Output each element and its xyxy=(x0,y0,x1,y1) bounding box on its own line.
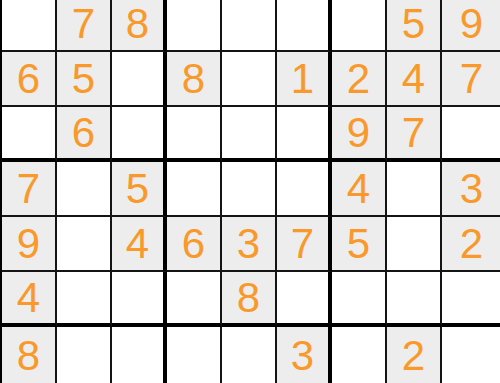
cell-r1c9[interactable]: 9 xyxy=(442,0,500,52)
cell-r7c4[interactable] xyxy=(167,327,222,383)
cell-r5c7[interactable]: 5 xyxy=(332,217,387,272)
cell-r3c2[interactable]: 6 xyxy=(57,107,112,162)
cell-r5c4[interactable]: 6 xyxy=(167,217,222,272)
cell-r1c4[interactable] xyxy=(167,0,222,52)
cell-r5c5[interactable]: 3 xyxy=(222,217,277,272)
cell-r5c3[interactable]: 4 xyxy=(112,217,167,272)
cell-r7c6[interactable]: 3 xyxy=(277,327,332,383)
cell-r4c1[interactable]: 7 xyxy=(2,162,57,217)
cell-r1c8[interactable]: 5 xyxy=(387,0,442,52)
cell-r7c7[interactable] xyxy=(332,327,387,383)
cell-r1c2[interactable]: 7 xyxy=(57,0,112,52)
cell-r6c7[interactable] xyxy=(332,272,387,327)
cell-r4c5[interactable] xyxy=(222,162,277,217)
cell-r1c5[interactable] xyxy=(222,0,277,52)
cell-r6c8[interactable] xyxy=(387,272,442,327)
cell-r2c7[interactable]: 2 xyxy=(332,52,387,107)
cell-r7c2[interactable] xyxy=(57,327,112,383)
cell-r6c9[interactable] xyxy=(442,272,500,327)
cell-r5c2[interactable] xyxy=(57,217,112,272)
cell-r2c9[interactable]: 7 xyxy=(442,52,500,107)
cell-r2c3[interactable] xyxy=(112,52,167,107)
cell-r6c6[interactable] xyxy=(277,272,332,327)
cell-r1c7[interactable] xyxy=(332,0,387,52)
cell-r6c4[interactable] xyxy=(167,272,222,327)
cell-r4c6[interactable] xyxy=(277,162,332,217)
cell-r2c1[interactable]: 6 xyxy=(2,52,57,107)
cell-r1c3[interactable]: 8 xyxy=(112,0,167,52)
cell-r5c9[interactable]: 2 xyxy=(442,217,500,272)
cell-r6c5[interactable]: 8 xyxy=(222,272,277,327)
cell-r3c3[interactable] xyxy=(112,107,167,162)
cell-r1c6[interactable] xyxy=(277,0,332,52)
cell-r2c8[interactable]: 4 xyxy=(387,52,442,107)
cell-r6c1[interactable]: 4 xyxy=(2,272,57,327)
cell-r6c2[interactable] xyxy=(57,272,112,327)
cell-r2c4[interactable]: 8 xyxy=(167,52,222,107)
cell-r3c6[interactable] xyxy=(277,107,332,162)
cell-r7c5[interactable] xyxy=(222,327,277,383)
cell-r2c6[interactable]: 1 xyxy=(277,52,332,107)
cell-r3c1[interactable] xyxy=(2,107,57,162)
cell-r4c7[interactable]: 4 xyxy=(332,162,387,217)
cell-r5c8[interactable] xyxy=(387,217,442,272)
cell-r2c5[interactable] xyxy=(222,52,277,107)
cell-r3c7[interactable]: 9 xyxy=(332,107,387,162)
cell-r4c3[interactable]: 5 xyxy=(112,162,167,217)
cell-r7c3[interactable] xyxy=(112,327,167,383)
cell-r3c9[interactable] xyxy=(442,107,500,162)
cell-r5c1[interactable]: 9 xyxy=(2,217,57,272)
cell-r4c2[interactable] xyxy=(57,162,112,217)
cell-r4c9[interactable]: 3 xyxy=(442,162,500,217)
cell-r6c3[interactable] xyxy=(112,272,167,327)
cell-r3c5[interactable] xyxy=(222,107,277,162)
cell-r7c1[interactable]: 8 xyxy=(2,327,57,383)
cell-r4c8[interactable] xyxy=(387,162,442,217)
cell-r7c9[interactable] xyxy=(442,327,500,383)
cell-r7c8[interactable]: 2 xyxy=(387,327,442,383)
cell-r4c4[interactable] xyxy=(167,162,222,217)
sudoku-board: 785965812476977543946375248832 xyxy=(0,0,500,383)
cell-r3c8[interactable]: 7 xyxy=(387,107,442,162)
cell-r1c1[interactable] xyxy=(2,0,57,52)
sudoku-viewport: 785965812476977543946375248832 xyxy=(0,0,500,383)
cell-r2c2[interactable]: 5 xyxy=(57,52,112,107)
cell-r5c6[interactable]: 7 xyxy=(277,217,332,272)
cell-r3c4[interactable] xyxy=(167,107,222,162)
